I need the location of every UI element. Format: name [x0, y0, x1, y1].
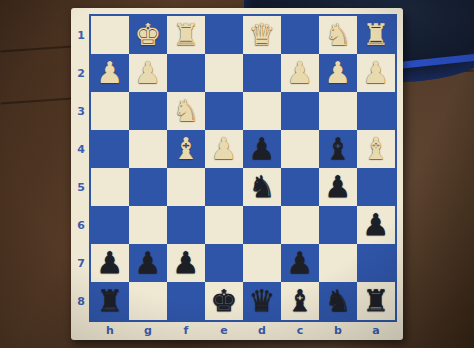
rank-label-5: 5: [71, 168, 91, 206]
square-b5[interactable]: ♟: [319, 168, 357, 206]
square-a5[interactable]: [357, 168, 395, 206]
piece-black-pawn-a6[interactable]: ♟: [357, 206, 395, 244]
file-label-e: e: [205, 320, 243, 340]
square-b6[interactable]: [319, 206, 357, 244]
square-e7[interactable]: [205, 244, 243, 282]
square-e8[interactable]: ♚: [205, 282, 243, 320]
rank-label-8: 8: [71, 282, 91, 320]
square-b7[interactable]: [319, 244, 357, 282]
piece-black-knight-d5[interactable]: ♞: [243, 168, 281, 206]
rank-label-7: 7: [71, 244, 91, 282]
square-g6[interactable]: [129, 206, 167, 244]
square-a1[interactable]: ♜: [357, 16, 395, 54]
square-f7[interactable]: ♟: [167, 244, 205, 282]
piece-black-pawn-c7[interactable]: ♟: [281, 244, 319, 282]
piece-white-rook-a1[interactable]: ♜: [357, 16, 395, 54]
square-d7[interactable]: [243, 244, 281, 282]
square-c6[interactable]: [281, 206, 319, 244]
rank-label-6: 6: [71, 206, 91, 244]
square-a2[interactable]: ♟: [357, 54, 395, 92]
square-g4[interactable]: [129, 130, 167, 168]
file-label-g: g: [129, 320, 167, 340]
piece-white-knight-b1[interactable]: ♞: [319, 16, 357, 54]
piece-black-pawn-h7[interactable]: ♟: [91, 244, 129, 282]
rank-label-1: 1: [71, 16, 91, 54]
file-label-a: a: [357, 320, 395, 340]
square-h2[interactable]: ♟: [91, 54, 129, 92]
square-e4[interactable]: ♟: [205, 130, 243, 168]
rank-label-2: 2: [71, 54, 91, 92]
piece-black-knight-b8[interactable]: ♞: [319, 282, 357, 320]
square-c7[interactable]: ♟: [281, 244, 319, 282]
square-g5[interactable]: [129, 168, 167, 206]
square-e1[interactable]: [205, 16, 243, 54]
square-f8[interactable]: [167, 282, 205, 320]
file-label-b: b: [319, 320, 357, 340]
square-g1[interactable]: ♚: [129, 16, 167, 54]
square-h4[interactable]: [91, 130, 129, 168]
square-h3[interactable]: [91, 92, 129, 130]
piece-white-bishop-f4[interactable]: ♝: [167, 130, 205, 168]
piece-black-pawn-g7[interactable]: ♟: [129, 244, 167, 282]
piece-black-bishop-b4[interactable]: ♝: [319, 130, 357, 168]
square-h6[interactable]: [91, 206, 129, 244]
square-c3[interactable]: [281, 92, 319, 130]
square-e3[interactable]: [205, 92, 243, 130]
square-d3[interactable]: [243, 92, 281, 130]
piece-white-pawn-e4[interactable]: ♟: [205, 130, 243, 168]
square-h7[interactable]: ♟: [91, 244, 129, 282]
square-f3[interactable]: ♞: [167, 92, 205, 130]
square-f1[interactable]: ♜: [167, 16, 205, 54]
piece-white-pawn-h2[interactable]: ♟: [91, 54, 129, 92]
piece-black-rook-h8[interactable]: ♜: [91, 282, 129, 320]
square-c1[interactable]: [281, 16, 319, 54]
piece-white-knight-f3[interactable]: ♞: [167, 92, 205, 130]
square-a3[interactable]: [357, 92, 395, 130]
piece-black-queen-d8[interactable]: ♛: [243, 282, 281, 320]
square-c4[interactable]: [281, 130, 319, 168]
piece-black-bishop-c8[interactable]: ♝: [281, 282, 319, 320]
square-f6[interactable]: [167, 206, 205, 244]
piece-white-pawn-g2[interactable]: ♟: [129, 54, 167, 92]
square-d8[interactable]: ♛: [243, 282, 281, 320]
square-b2[interactable]: ♟: [319, 54, 357, 92]
square-g3[interactable]: [129, 92, 167, 130]
square-h1[interactable]: [91, 16, 129, 54]
piece-black-pawn-f7[interactable]: ♟: [167, 244, 205, 282]
square-b1[interactable]: ♞: [319, 16, 357, 54]
rank-label-4: 4: [71, 130, 91, 168]
chess-photo-scene: 12345678 hgfedcba ♚♜♛♞♜♟♟♟♟♟♞♝♟♟♝♝♞♟♟♟♟♟…: [0, 0, 474, 348]
square-a6[interactable]: ♟: [357, 206, 395, 244]
rank-label-3: 3: [71, 92, 91, 130]
file-label-d: d: [243, 320, 281, 340]
piece-black-pawn-b5[interactable]: ♟: [319, 168, 357, 206]
piece-white-pawn-c2[interactable]: ♟: [281, 54, 319, 92]
file-labels: hgfedcba: [91, 320, 395, 340]
square-g2[interactable]: ♟: [129, 54, 167, 92]
piece-white-rook-f1[interactable]: ♜: [167, 16, 205, 54]
square-c8[interactable]: ♝: [281, 282, 319, 320]
piece-white-pawn-a2[interactable]: ♟: [357, 54, 395, 92]
square-b8[interactable]: ♞: [319, 282, 357, 320]
rank-labels: 12345678: [71, 16, 91, 320]
piece-white-bishop-a4[interactable]: ♝: [357, 130, 395, 168]
square-f4[interactable]: ♝: [167, 130, 205, 168]
file-label-h: h: [91, 320, 129, 340]
square-e6[interactable]: [205, 206, 243, 244]
chess-board: 12345678 hgfedcba ♚♜♛♞♜♟♟♟♟♟♞♝♟♟♝♝♞♟♟♟♟♟…: [71, 8, 403, 340]
square-d2[interactable]: [243, 54, 281, 92]
piece-white-queen-d1[interactable]: ♛: [243, 16, 281, 54]
square-d6[interactable]: [243, 206, 281, 244]
square-c2[interactable]: ♟: [281, 54, 319, 92]
square-h8[interactable]: ♜: [91, 282, 129, 320]
piece-white-pawn-b2[interactable]: ♟: [319, 54, 357, 92]
square-g7[interactable]: ♟: [129, 244, 167, 282]
file-label-c: c: [281, 320, 319, 340]
square-h5[interactable]: [91, 168, 129, 206]
square-a4[interactable]: ♝: [357, 130, 395, 168]
piece-black-rook-a8[interactable]: ♜: [357, 282, 395, 320]
square-b4[interactable]: ♝: [319, 130, 357, 168]
board-grid: ♚♜♛♞♜♟♟♟♟♟♞♝♟♟♝♝♞♟♟♟♟♟♟♜♚♛♝♞♜: [91, 16, 395, 320]
piece-black-pawn-d4[interactable]: ♟: [243, 130, 281, 168]
square-f5[interactable]: [167, 168, 205, 206]
square-f2[interactable]: [167, 54, 205, 92]
square-e2[interactable]: [205, 54, 243, 92]
square-d4[interactable]: ♟: [243, 130, 281, 168]
file-label-f: f: [167, 320, 205, 340]
square-a8[interactable]: ♜: [357, 282, 395, 320]
square-a7[interactable]: [357, 244, 395, 282]
square-d5[interactable]: ♞: [243, 168, 281, 206]
piece-black-king-e8[interactable]: ♚: [205, 282, 243, 320]
square-b3[interactable]: [319, 92, 357, 130]
square-g8[interactable]: [129, 282, 167, 320]
square-e5[interactable]: [205, 168, 243, 206]
square-c5[interactable]: [281, 168, 319, 206]
square-d1[interactable]: ♛: [243, 16, 281, 54]
piece-white-king-g1[interactable]: ♚: [129, 16, 167, 54]
